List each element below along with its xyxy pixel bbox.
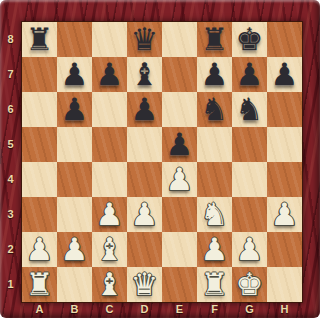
square-g7[interactable]: ♟	[232, 57, 267, 92]
file-label-H: H	[267, 302, 302, 318]
white-pawn-e4: ♟	[166, 162, 194, 197]
square-g5[interactable]	[232, 127, 267, 162]
square-d7[interactable]: ♝	[127, 57, 162, 92]
square-a8[interactable]: ♜	[22, 22, 57, 57]
rank-label-8: 8	[0, 22, 21, 57]
square-a7[interactable]	[22, 57, 57, 92]
rank-label-5: 5	[0, 127, 21, 162]
square-d3[interactable]: ♟	[127, 197, 162, 232]
white-rook-a1: ♜	[26, 267, 54, 302]
square-b6[interactable]: ♟	[57, 92, 92, 127]
square-e6[interactable]	[162, 92, 197, 127]
white-queen-d1: ♛	[131, 267, 159, 302]
square-c2[interactable]: ♝	[92, 232, 127, 267]
black-pawn-e5: ♟	[166, 127, 194, 162]
square-f8[interactable]: ♜	[197, 22, 232, 57]
black-knight-g6: ♞	[236, 92, 264, 127]
black-king-g8: ♚	[236, 22, 264, 57]
rank-label-4: 4	[0, 162, 21, 197]
square-c1[interactable]: ♝	[92, 267, 127, 302]
file-label-B: B	[57, 302, 92, 318]
square-d4[interactable]	[127, 162, 162, 197]
square-e4[interactable]: ♟	[162, 162, 197, 197]
square-d5[interactable]	[127, 127, 162, 162]
square-c6[interactable]	[92, 92, 127, 127]
square-a2[interactable]: ♟	[22, 232, 57, 267]
square-c3[interactable]: ♟	[92, 197, 127, 232]
square-a5[interactable]	[22, 127, 57, 162]
square-b7[interactable]: ♟	[57, 57, 92, 92]
square-h3[interactable]: ♟	[267, 197, 302, 232]
square-a6[interactable]	[22, 92, 57, 127]
square-c4[interactable]	[92, 162, 127, 197]
white-pawn-c3: ♟	[96, 197, 124, 232]
square-f6[interactable]: ♞	[197, 92, 232, 127]
square-h4[interactable]	[267, 162, 302, 197]
square-h1[interactable]	[267, 267, 302, 302]
white-bishop-c1: ♝	[96, 267, 124, 302]
white-bishop-c2: ♝	[96, 232, 124, 267]
square-f7[interactable]: ♟	[197, 57, 232, 92]
white-pawn-f2: ♟	[201, 232, 229, 267]
black-pawn-b7: ♟	[61, 57, 89, 92]
file-label-G: G	[232, 302, 267, 318]
chess-board: ♜♛♜♚♟♟♝♟♟♟♟♟♞♞♟♟♟♟♞♟♟♟♝♟♟♜♝♛♜♚	[22, 22, 302, 302]
file-label-D: D	[127, 302, 162, 318]
square-d6[interactable]: ♟	[127, 92, 162, 127]
file-label-F: F	[197, 302, 232, 318]
square-h6[interactable]	[267, 92, 302, 127]
black-rook-f8: ♜	[201, 22, 229, 57]
square-d2[interactable]	[127, 232, 162, 267]
black-pawn-h7: ♟	[271, 57, 299, 92]
square-h7[interactable]: ♟	[267, 57, 302, 92]
square-c7[interactable]: ♟	[92, 57, 127, 92]
square-c8[interactable]	[92, 22, 127, 57]
black-pawn-b6: ♟	[61, 92, 89, 127]
rank-label-1: 1	[0, 267, 21, 302]
square-b3[interactable]	[57, 197, 92, 232]
square-h8[interactable]	[267, 22, 302, 57]
square-b5[interactable]	[57, 127, 92, 162]
square-b4[interactable]	[57, 162, 92, 197]
black-queen-d8: ♛	[131, 22, 159, 57]
square-g2[interactable]: ♟	[232, 232, 267, 267]
square-f4[interactable]	[197, 162, 232, 197]
white-knight-f3: ♞	[201, 197, 229, 232]
black-knight-f6: ♞	[201, 92, 229, 127]
rank-label-7: 7	[0, 57, 21, 92]
white-pawn-b2: ♟	[61, 232, 89, 267]
square-a4[interactable]	[22, 162, 57, 197]
rank-label-3: 3	[0, 197, 21, 232]
black-pawn-c7: ♟	[96, 57, 124, 92]
square-e5[interactable]: ♟	[162, 127, 197, 162]
square-a3[interactable]	[22, 197, 57, 232]
square-e2[interactable]	[162, 232, 197, 267]
square-f1[interactable]: ♜	[197, 267, 232, 302]
black-pawn-d6: ♟	[131, 92, 159, 127]
rank-label-2: 2	[0, 232, 21, 267]
square-d1[interactable]: ♛	[127, 267, 162, 302]
white-king-g1: ♚	[236, 267, 264, 302]
square-g4[interactable]	[232, 162, 267, 197]
square-f2[interactable]: ♟	[197, 232, 232, 267]
chessboard-frame: ♜♛♜♚♟♟♝♟♟♟♟♟♞♞♟♟♟♟♞♟♟♟♝♟♟♜♝♛♜♚ 87654321 …	[0, 0, 320, 318]
black-pawn-f7: ♟	[201, 57, 229, 92]
file-label-C: C	[92, 302, 127, 318]
square-b1[interactable]	[57, 267, 92, 302]
square-b8[interactable]	[57, 22, 92, 57]
white-pawn-h3: ♟	[271, 197, 299, 232]
rank-label-6: 6	[0, 92, 21, 127]
square-e1[interactable]	[162, 267, 197, 302]
black-pawn-g7: ♟	[236, 57, 264, 92]
white-pawn-d3: ♟	[131, 197, 159, 232]
square-a1[interactable]: ♜	[22, 267, 57, 302]
square-e8[interactable]	[162, 22, 197, 57]
square-f5[interactable]	[197, 127, 232, 162]
white-rook-f1: ♜	[201, 267, 229, 302]
square-g8[interactable]: ♚	[232, 22, 267, 57]
square-b2[interactable]: ♟	[57, 232, 92, 267]
square-f3[interactable]: ♞	[197, 197, 232, 232]
square-g1[interactable]: ♚	[232, 267, 267, 302]
file-label-A: A	[22, 302, 57, 318]
square-c5[interactable]	[92, 127, 127, 162]
square-g3[interactable]	[232, 197, 267, 232]
white-pawn-a2: ♟	[26, 232, 54, 267]
file-label-E: E	[162, 302, 197, 318]
square-h5[interactable]	[267, 127, 302, 162]
white-pawn-g2: ♟	[236, 232, 264, 267]
square-d8[interactable]: ♛	[127, 22, 162, 57]
black-rook-a8: ♜	[26, 22, 54, 57]
square-e3[interactable]	[162, 197, 197, 232]
square-e7[interactable]	[162, 57, 197, 92]
square-h2[interactable]	[267, 232, 302, 267]
black-bishop-d7: ♝	[131, 57, 159, 92]
square-g6[interactable]: ♞	[232, 92, 267, 127]
